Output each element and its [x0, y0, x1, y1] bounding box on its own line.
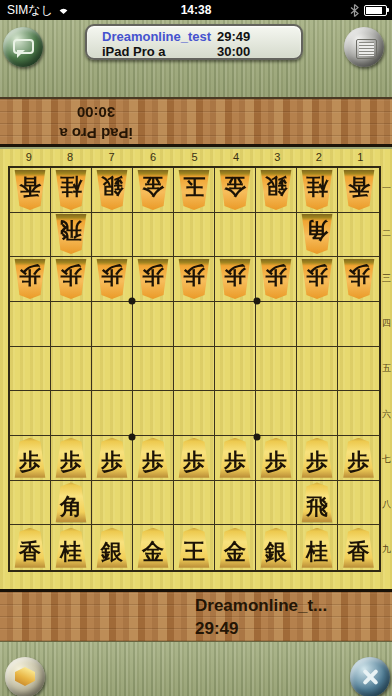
chat-bubble-icon: [13, 39, 34, 54]
shogi-piece[interactable]: 金: [136, 528, 170, 568]
star-point: [129, 298, 136, 305]
piece-kanji: 桂: [60, 170, 82, 202]
piece-kanji: 歩: [265, 446, 287, 478]
board-cell[interactable]: 歩: [133, 436, 174, 481]
board-cell[interactable]: [92, 213, 133, 258]
shogi-piece[interactable]: 王: [177, 528, 211, 568]
board-cell[interactable]: [51, 347, 92, 392]
shogi-piece[interactable]: 銀: [259, 528, 293, 568]
piece-kanji: 歩: [183, 446, 205, 478]
piece-kanji: 金: [224, 536, 246, 568]
board-cell[interactable]: [92, 391, 133, 436]
board-cell[interactable]: 歩: [133, 257, 174, 302]
board-cell[interactable]: 歩: [215, 436, 256, 481]
shogi-piece[interactable]: 桂: [300, 528, 334, 568]
piece-stand-button[interactable]: [5, 657, 45, 696]
piece-kanji: 歩: [306, 259, 328, 291]
star-point: [254, 298, 261, 305]
board-cell[interactable]: 歩: [51, 257, 92, 302]
player-bar-time: 29:49: [195, 617, 327, 640]
shogi-piece[interactable]: 香: [13, 528, 47, 568]
shogi-piece[interactable]: 角: [300, 214, 334, 254]
board-cell[interactable]: [133, 213, 174, 258]
board-cell[interactable]: 香: [10, 525, 51, 570]
board-cell[interactable]: 銀: [92, 168, 133, 213]
shogi-piece[interactable]: 金: [218, 528, 252, 568]
piece-kanji: 歩: [224, 446, 246, 478]
rank-label: 八: [382, 482, 392, 527]
board-cell[interactable]: [338, 391, 379, 436]
status-bar: SIMなし 14:38: [0, 0, 392, 20]
board-grid: 香桂銀金玉金銀桂香飛角歩歩歩歩歩歩歩歩歩歩歩歩歩歩歩歩歩歩角飛香桂銀金王金銀桂香: [8, 166, 381, 572]
board-cell[interactable]: [10, 302, 51, 347]
board-cell[interactable]: [215, 391, 256, 436]
file-label: 5: [174, 149, 215, 165]
file-label: 1: [340, 149, 381, 165]
board-cell[interactable]: [174, 213, 215, 258]
piece-kanji: 歩: [348, 259, 370, 291]
opponent-bar: iPad Pro a 30:00: [0, 97, 392, 147]
opponent-time: 29:49: [217, 29, 250, 44]
tools-button[interactable]: [350, 657, 390, 696]
piece-kanji: 歩: [348, 446, 370, 478]
file-label: 7: [91, 149, 132, 165]
piece-kanji: 歩: [142, 259, 164, 291]
board-cell[interactable]: [174, 481, 215, 526]
board-cell[interactable]: 歩: [92, 257, 133, 302]
board-cell[interactable]: [92, 347, 133, 392]
rank-label: 二: [382, 211, 392, 256]
board-cell[interactable]: [338, 302, 379, 347]
piece-kanji: 香: [348, 170, 370, 202]
shogi-piece[interactable]: 銀: [95, 170, 129, 210]
star-point: [129, 434, 136, 441]
file-label: 8: [49, 149, 90, 165]
shogi-piece[interactable]: 銀: [95, 528, 129, 568]
board-cell[interactable]: 歩: [297, 257, 338, 302]
opponent-bar-time: 30:00: [52, 102, 140, 123]
board-cell[interactable]: [338, 213, 379, 258]
board-cell[interactable]: [51, 302, 92, 347]
clock-label: 14:38: [0, 3, 392, 17]
file-labels: 987654321: [8, 149, 381, 165]
shogi-piece[interactable]: 玉: [177, 170, 211, 210]
board-cell[interactable]: 歩: [338, 436, 379, 481]
rank-label: 四: [382, 301, 392, 346]
board-cell[interactable]: [133, 302, 174, 347]
board-cell[interactable]: 歩: [256, 257, 297, 302]
file-label: 6: [132, 149, 173, 165]
shogi-piece[interactable]: 歩: [13, 438, 47, 478]
board-cell[interactable]: 角: [297, 213, 338, 258]
player-bar-label: Dreamonline_t... 29:49: [195, 594, 327, 640]
board-cell[interactable]: 桂: [51, 525, 92, 570]
shogi-piece[interactable]: 桂: [54, 528, 88, 568]
board-cell[interactable]: 飛: [297, 481, 338, 526]
board-cell[interactable]: [338, 347, 379, 392]
board-cell[interactable]: [133, 347, 174, 392]
board-cell[interactable]: 銀: [256, 525, 297, 570]
board-cell[interactable]: [174, 391, 215, 436]
board-cell[interactable]: [10, 391, 51, 436]
piece-kanji: 桂: [306, 536, 328, 568]
top-tatami-strip: Dreamonline_test 29:49 iPad Pro a 30:00: [0, 20, 392, 97]
shogi-piece[interactable]: 香: [342, 528, 376, 568]
board-cell[interactable]: [256, 213, 297, 258]
file-label: 4: [215, 149, 256, 165]
shogi-piece[interactable]: 歩: [218, 438, 252, 478]
shogi-piece[interactable]: 飛: [54, 214, 88, 254]
board-cell[interactable]: 香: [338, 525, 379, 570]
piece-kanji: 歩: [60, 259, 82, 291]
shogi-piece[interactable]: 金: [136, 170, 170, 210]
player-bar: Dreamonline_t... 29:49: [0, 589, 392, 641]
board-cell[interactable]: [92, 481, 133, 526]
piece-kanji: 歩: [19, 259, 41, 291]
piece-kanji: 歩: [19, 446, 41, 478]
player-clock-panel[interactable]: Dreamonline_test 29:49 iPad Pro a 30:00: [85, 24, 303, 60]
shogi-piece[interactable]: 歩: [300, 438, 334, 478]
board-cell[interactable]: 王: [174, 525, 215, 570]
file-label: 3: [257, 149, 298, 165]
board-cell[interactable]: [297, 302, 338, 347]
piece-kanji: 歩: [306, 446, 328, 478]
player-name: iPad Pro a: [102, 44, 217, 59]
board-cell[interactable]: [92, 302, 133, 347]
player-time: 30:00: [217, 44, 250, 59]
shogi-piece[interactable]: 桂: [54, 170, 88, 210]
battery-icon: [364, 5, 387, 16]
board-cell[interactable]: 歩: [215, 257, 256, 302]
piece-kanji: 歩: [101, 259, 123, 291]
piece-kanji: 歩: [183, 259, 205, 291]
board-cell[interactable]: 歩: [51, 436, 92, 481]
bottom-tatami-strip: [0, 641, 392, 696]
piece-kanji: 香: [19, 170, 41, 202]
piece-kanji: 歩: [101, 446, 123, 478]
opponent-name: Dreamonline_test: [102, 29, 217, 44]
opponent-bar-name: iPad Pro a: [52, 123, 140, 144]
board-cell[interactable]: [51, 391, 92, 436]
board-cell[interactable]: 金: [215, 525, 256, 570]
board-cell[interactable]: 桂: [297, 525, 338, 570]
board-cell[interactable]: 歩: [338, 257, 379, 302]
file-label: 2: [298, 149, 339, 165]
rank-label: 六: [382, 392, 392, 437]
board-cell[interactable]: 金: [133, 168, 174, 213]
piece-kanji: 香: [348, 536, 370, 568]
rank-labels: 一二三四五六七八九: [382, 166, 392, 572]
piece-kanji: 飛: [60, 214, 82, 246]
board-cell[interactable]: 歩: [297, 436, 338, 481]
shogi-piece[interactable]: 歩: [54, 259, 88, 299]
piece-kanji: 角: [60, 491, 82, 523]
piece-kanji: 歩: [60, 446, 82, 478]
board-cell[interactable]: 銀: [256, 168, 297, 213]
board-cell[interactable]: [256, 481, 297, 526]
shogi-piece[interactable]: 歩: [136, 259, 170, 299]
app-screen: SIMなし 14:38 Dreamonline_test 29:49 iPad …: [0, 0, 392, 696]
record-list-icon: [356, 39, 377, 59]
board-cell[interactable]: 歩: [174, 257, 215, 302]
shogi-piece[interactable]: 香: [13, 170, 47, 210]
piece-kanji: 銀: [101, 170, 123, 202]
piece-kanji: 玉: [183, 170, 205, 202]
star-point: [254, 434, 261, 441]
board-cell[interactable]: 銀: [92, 525, 133, 570]
piece-kanji: 角: [306, 214, 328, 246]
piece-box-icon: [15, 667, 35, 686]
file-label: 9: [8, 149, 49, 165]
board-cell[interactable]: 桂: [51, 168, 92, 213]
board-cell[interactable]: 玉: [174, 168, 215, 213]
board-cell[interactable]: [10, 481, 51, 526]
rank-label: 五: [382, 346, 392, 391]
piece-kanji: 王: [183, 536, 205, 568]
board-cell[interactable]: 歩: [10, 257, 51, 302]
board-cell[interactable]: 歩: [92, 436, 133, 481]
board-cell[interactable]: [10, 347, 51, 392]
game-record-button[interactable]: [344, 27, 384, 67]
shogi-piece[interactable]: 飛: [300, 482, 334, 522]
rank-label: 七: [382, 437, 392, 482]
board-cell[interactable]: [215, 481, 256, 526]
piece-kanji: 金: [142, 170, 164, 202]
board-cell[interactable]: 歩: [174, 436, 215, 481]
piece-kanji: 銀: [101, 536, 123, 568]
board-cell[interactable]: [174, 302, 215, 347]
shogi-piece[interactable]: 歩: [54, 438, 88, 478]
board-cell[interactable]: [174, 347, 215, 392]
piece-kanji: 金: [224, 170, 246, 202]
rank-label: 一: [382, 166, 392, 211]
shogi-piece[interactable]: 歩: [13, 259, 47, 299]
piece-kanji: 桂: [60, 536, 82, 568]
board-cell[interactable]: [215, 302, 256, 347]
shogi-piece[interactable]: 歩: [342, 438, 376, 478]
board-cell[interactable]: 歩: [10, 436, 51, 481]
board-cell[interactable]: [256, 302, 297, 347]
board-cell[interactable]: [133, 481, 174, 526]
shogi-piece[interactable]: 歩: [136, 438, 170, 478]
piece-kanji: 金: [142, 536, 164, 568]
chat-button[interactable]: [3, 27, 43, 67]
shogi-piece[interactable]: 歩: [218, 259, 252, 299]
shogi-piece[interactable]: 歩: [259, 259, 293, 299]
board-cell[interactable]: 金: [215, 168, 256, 213]
piece-kanji: 銀: [265, 170, 287, 202]
piece-kanji: 香: [19, 536, 41, 568]
board-cell[interactable]: [256, 391, 297, 436]
rank-label: 九: [382, 527, 392, 572]
shogi-piece[interactable]: 桂: [300, 170, 334, 210]
shogi-board: 987654321 香桂銀金玉金銀桂香飛角歩歩歩歩歩歩歩歩歩歩歩歩歩歩歩歩歩歩角…: [0, 149, 392, 589]
shogi-piece[interactable]: 歩: [95, 259, 129, 299]
shogi-piece[interactable]: 歩: [342, 259, 376, 299]
board-cell[interactable]: 飛: [51, 213, 92, 258]
piece-kanji: 歩: [265, 259, 287, 291]
board-cell[interactable]: [215, 347, 256, 392]
board-cell[interactable]: 角: [51, 481, 92, 526]
piece-kanji: 歩: [142, 446, 164, 478]
piece-kanji: 桂: [306, 170, 328, 202]
rank-label: 三: [382, 256, 392, 301]
board-cell[interactable]: 桂: [297, 168, 338, 213]
board-cell[interactable]: [215, 213, 256, 258]
board-cell[interactable]: 歩: [256, 436, 297, 481]
piece-kanji: 銀: [265, 536, 287, 568]
board-cell[interactable]: [256, 347, 297, 392]
shogi-piece[interactable]: 歩: [259, 438, 293, 478]
board-cell[interactable]: [338, 481, 379, 526]
shogi-piece[interactable]: 歩: [300, 259, 334, 299]
piece-kanji: 歩: [224, 259, 246, 291]
shogi-piece[interactable]: 歩: [177, 438, 211, 478]
board-cell[interactable]: 香: [338, 168, 379, 213]
piece-kanji: 飛: [306, 491, 328, 523]
board-cell[interactable]: [297, 391, 338, 436]
shogi-piece[interactable]: 香: [342, 170, 376, 210]
board-cell[interactable]: [297, 347, 338, 392]
shogi-piece[interactable]: 金: [218, 170, 252, 210]
opponent-rotated-label: iPad Pro a 30:00: [52, 100, 140, 144]
board-cell[interactable]: [10, 213, 51, 258]
board-cell[interactable]: 金: [133, 525, 174, 570]
shogi-piece[interactable]: 歩: [177, 259, 211, 299]
board-cell[interactable]: 香: [10, 168, 51, 213]
player-bar-name: Dreamonline_t...: [195, 594, 327, 617]
shogi-piece[interactable]: 銀: [259, 170, 293, 210]
shogi-piece[interactable]: 角: [54, 482, 88, 522]
board-cell[interactable]: [133, 391, 174, 436]
shogi-piece[interactable]: 歩: [95, 438, 129, 478]
